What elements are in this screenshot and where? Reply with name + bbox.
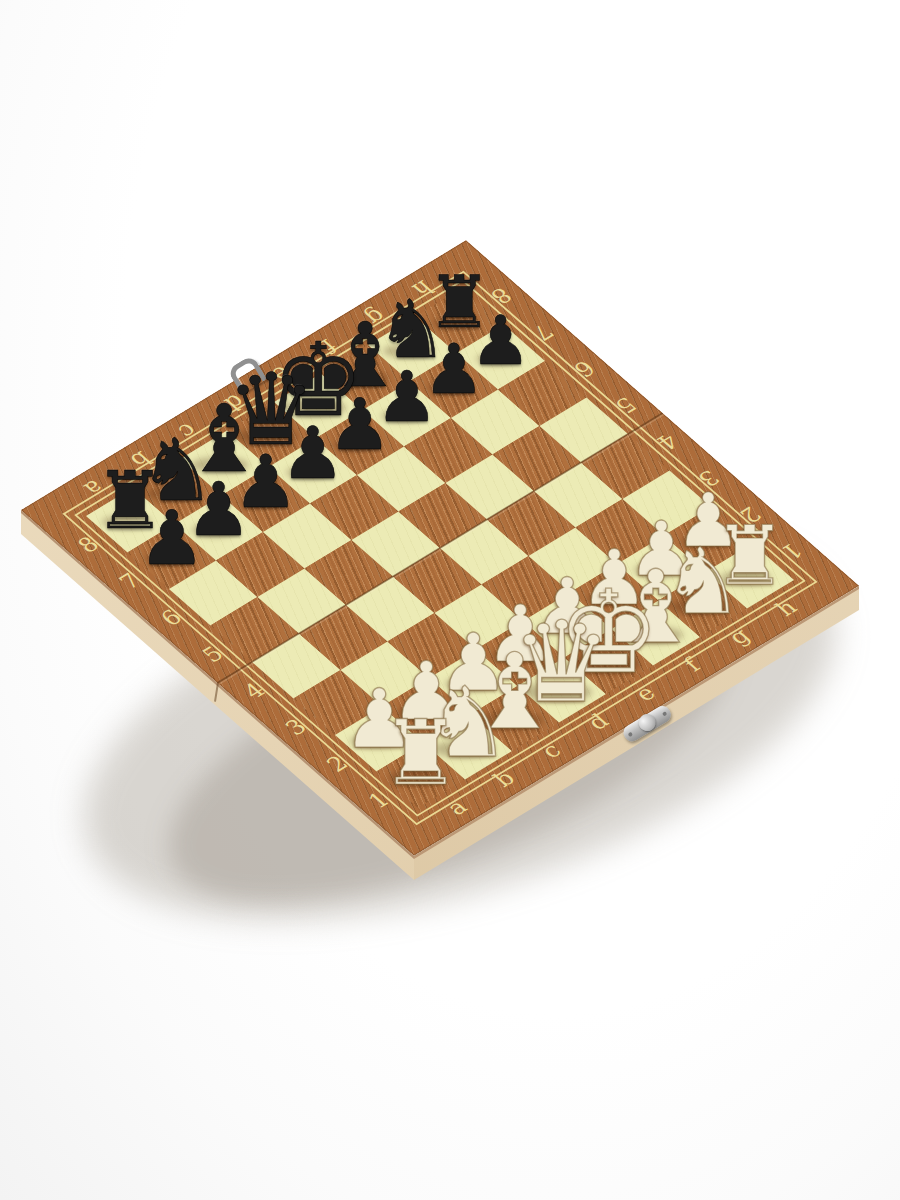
piece-black-pawn-a7[interactable]: ♟ [117,501,227,576]
piece-white-rook-a1[interactable]: ♜ [366,709,476,799]
scene: aa88bb77cc66dd55ee44ff33gg22hh11 ♜♞♝♛♚♝♞… [0,0,900,1200]
